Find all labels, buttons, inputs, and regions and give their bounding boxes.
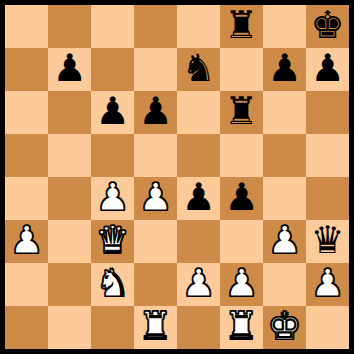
piece-black-rook-f8: ♜ — [224, 4, 258, 47]
square-h7[interactable]: ♟ — [306, 48, 349, 91]
piece-white-pawn-h2: ♟ — [310, 262, 344, 305]
square-b6[interactable] — [48, 91, 91, 134]
chess-board: ♜♚♟♞♟♟♟♟♜♟♟♟♟♟♛♟♛♞♟♟♟♜♜♚ — [5, 5, 349, 349]
piece-white-queen-c3: ♛ — [95, 219, 129, 262]
square-c8[interactable] — [91, 5, 134, 48]
piece-black-pawn-e4: ♟ — [181, 176, 215, 219]
piece-white-pawn-d4: ♟ — [138, 176, 172, 219]
square-g6[interactable] — [263, 91, 306, 134]
square-f7[interactable] — [220, 48, 263, 91]
square-d6[interactable]: ♟ — [134, 91, 177, 134]
piece-black-queen-h3: ♛ — [310, 219, 344, 262]
board-frame: ♜♚♟♞♟♟♟♟♜♟♟♟♟♟♛♟♛♞♟♟♟♜♜♚ — [0, 0, 354, 354]
square-c5[interactable] — [91, 134, 134, 177]
square-c3[interactable]: ♛ — [91, 220, 134, 263]
square-a6[interactable] — [5, 91, 48, 134]
piece-white-pawn-f2: ♟ — [224, 262, 258, 305]
piece-white-pawn-c4: ♟ — [95, 176, 129, 219]
square-e7[interactable]: ♞ — [177, 48, 220, 91]
square-f4[interactable]: ♟ — [220, 177, 263, 220]
square-h6[interactable] — [306, 91, 349, 134]
square-g3[interactable]: ♟ — [263, 220, 306, 263]
square-g5[interactable] — [263, 134, 306, 177]
square-d7[interactable] — [134, 48, 177, 91]
square-h1[interactable] — [306, 306, 349, 349]
square-a3[interactable]: ♟ — [5, 220, 48, 263]
square-a4[interactable] — [5, 177, 48, 220]
square-g1[interactable]: ♚ — [263, 306, 306, 349]
square-b2[interactable] — [48, 263, 91, 306]
square-f8[interactable]: ♜ — [220, 5, 263, 48]
square-f6[interactable]: ♜ — [220, 91, 263, 134]
square-b8[interactable] — [48, 5, 91, 48]
piece-black-pawn-d6: ♟ — [138, 90, 172, 133]
square-d4[interactable]: ♟ — [134, 177, 177, 220]
piece-white-rook-f1: ♜ — [224, 305, 258, 348]
square-h8[interactable]: ♚ — [306, 5, 349, 48]
piece-black-pawn-g7: ♟ — [267, 47, 301, 90]
square-g8[interactable] — [263, 5, 306, 48]
square-a8[interactable] — [5, 5, 48, 48]
square-h4[interactable] — [306, 177, 349, 220]
square-f3[interactable] — [220, 220, 263, 263]
square-d5[interactable] — [134, 134, 177, 177]
square-c4[interactable]: ♟ — [91, 177, 134, 220]
piece-white-pawn-e2: ♟ — [181, 262, 215, 305]
square-a1[interactable] — [5, 306, 48, 349]
piece-black-knight-e7: ♞ — [181, 47, 215, 90]
square-g4[interactable] — [263, 177, 306, 220]
square-d8[interactable] — [134, 5, 177, 48]
square-e8[interactable] — [177, 5, 220, 48]
piece-white-rook-d1: ♜ — [138, 305, 172, 348]
piece-black-pawn-f4: ♟ — [224, 176, 258, 219]
square-f5[interactable] — [220, 134, 263, 177]
piece-black-pawn-b7: ♟ — [52, 47, 86, 90]
square-g2[interactable] — [263, 263, 306, 306]
square-c6[interactable]: ♟ — [91, 91, 134, 134]
square-a5[interactable] — [5, 134, 48, 177]
square-d3[interactable] — [134, 220, 177, 263]
square-b1[interactable] — [48, 306, 91, 349]
square-e3[interactable] — [177, 220, 220, 263]
square-h5[interactable] — [306, 134, 349, 177]
square-e4[interactable]: ♟ — [177, 177, 220, 220]
square-c1[interactable] — [91, 306, 134, 349]
square-g7[interactable]: ♟ — [263, 48, 306, 91]
square-b5[interactable] — [48, 134, 91, 177]
square-h3[interactable]: ♛ — [306, 220, 349, 263]
piece-white-knight-c2: ♞ — [95, 262, 129, 305]
square-a2[interactable] — [5, 263, 48, 306]
square-b7[interactable]: ♟ — [48, 48, 91, 91]
square-h2[interactable]: ♟ — [306, 263, 349, 306]
square-c2[interactable]: ♞ — [91, 263, 134, 306]
square-b3[interactable] — [48, 220, 91, 263]
square-e5[interactable] — [177, 134, 220, 177]
piece-black-pawn-c6: ♟ — [95, 90, 129, 133]
square-c7[interactable] — [91, 48, 134, 91]
piece-white-king-g1: ♚ — [267, 305, 301, 348]
square-e1[interactable] — [177, 306, 220, 349]
piece-black-pawn-h7: ♟ — [310, 47, 344, 90]
piece-white-pawn-g3: ♟ — [267, 219, 301, 262]
square-e2[interactable]: ♟ — [177, 263, 220, 306]
square-f2[interactable]: ♟ — [220, 263, 263, 306]
square-a7[interactable] — [5, 48, 48, 91]
square-f1[interactable]: ♜ — [220, 306, 263, 349]
piece-black-rook-f6: ♜ — [224, 90, 258, 133]
square-d2[interactable] — [134, 263, 177, 306]
piece-black-king-h8: ♚ — [310, 4, 344, 47]
square-e6[interactable] — [177, 91, 220, 134]
square-d1[interactable]: ♜ — [134, 306, 177, 349]
square-b4[interactable] — [48, 177, 91, 220]
piece-white-pawn-a3: ♟ — [9, 219, 43, 262]
